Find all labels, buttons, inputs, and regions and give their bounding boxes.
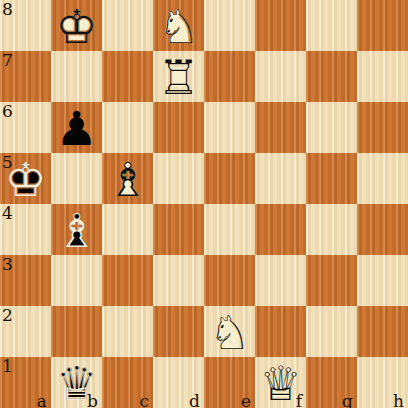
square-e7[interactable] — [204, 51, 255, 102]
white-knight[interactable]: ♞♘ — [153, 0, 204, 51]
square-d8[interactable]: ♞♘ — [153, 0, 204, 51]
square-f1[interactable]: f♛♕ — [255, 357, 306, 408]
rank-label-4: 4 — [2, 203, 13, 223]
rank-label-7: 7 — [2, 50, 13, 70]
white-rook[interactable]: ♜♖ — [153, 51, 204, 102]
file-label-e: e — [241, 392, 251, 408]
square-g2[interactable] — [306, 306, 357, 357]
file-label-d: d — [189, 392, 200, 408]
square-e8[interactable] — [204, 0, 255, 51]
black-bishop-glyph: ♝ — [51, 204, 102, 255]
square-d7[interactable]: ♜♖ — [153, 51, 204, 102]
square-e1[interactable]: e — [204, 357, 255, 408]
square-h4[interactable] — [357, 204, 408, 255]
square-c3[interactable] — [102, 255, 153, 306]
rank-label-5: 5 — [2, 152, 13, 172]
square-a7[interactable]: 7 — [0, 51, 51, 102]
square-h5[interactable] — [357, 153, 408, 204]
square-b3[interactable] — [51, 255, 102, 306]
square-b2[interactable] — [51, 306, 102, 357]
square-d5[interactable] — [153, 153, 204, 204]
black-bishop[interactable]: ♝♗ — [51, 204, 102, 255]
square-d2[interactable] — [153, 306, 204, 357]
white-knight-glyph: ♞ — [204, 306, 255, 357]
white-knight-outline: ♘ — [204, 306, 255, 357]
square-g1[interactable]: g — [306, 357, 357, 408]
square-a4[interactable]: 4 — [0, 204, 51, 255]
square-c5[interactable]: ♝♗ — [102, 153, 153, 204]
square-c8[interactable] — [102, 0, 153, 51]
square-c7[interactable] — [102, 51, 153, 102]
square-d4[interactable] — [153, 204, 204, 255]
rank-label-3: 3 — [2, 254, 13, 274]
black-pawn-glyph: ♟ — [51, 102, 102, 153]
square-a8[interactable]: 8 — [0, 0, 51, 51]
square-e3[interactable] — [204, 255, 255, 306]
square-f6[interactable] — [255, 102, 306, 153]
square-b1[interactable]: b♛♕ — [51, 357, 102, 408]
square-e5[interactable] — [204, 153, 255, 204]
square-a6[interactable]: 6 — [0, 102, 51, 153]
square-g7[interactable] — [306, 51, 357, 102]
square-h1[interactable]: h — [357, 357, 408, 408]
square-e6[interactable] — [204, 102, 255, 153]
file-label-a: a — [37, 392, 47, 408]
white-knight-glyph: ♞ — [153, 0, 204, 51]
square-b8[interactable]: ♚♔ — [51, 0, 102, 51]
square-g4[interactable] — [306, 204, 357, 255]
square-d3[interactable] — [153, 255, 204, 306]
square-c1[interactable]: c — [102, 357, 153, 408]
square-h3[interactable] — [357, 255, 408, 306]
white-knight-outline: ♘ — [153, 0, 204, 51]
chess-diagram: 8♚♔♞♘7♜♖6♟5♚♔♝♗4♝♗32♞♘1ab♛♕cdef♛♕gh — [0, 0, 408, 408]
square-h8[interactable] — [357, 0, 408, 51]
square-b5[interactable] — [51, 153, 102, 204]
square-e2[interactable]: ♞♘ — [204, 306, 255, 357]
rank-label-8: 8 — [2, 0, 13, 19]
square-d1[interactable]: d — [153, 357, 204, 408]
rank-label-1: 1 — [2, 356, 13, 376]
white-king-glyph: ♚ — [51, 0, 102, 51]
square-g5[interactable] — [306, 153, 357, 204]
square-h2[interactable] — [357, 306, 408, 357]
square-e4[interactable] — [204, 204, 255, 255]
white-king[interactable]: ♚♔ — [51, 0, 102, 51]
black-pawn[interactable]: ♟ — [51, 102, 102, 153]
white-knight[interactable]: ♞♘ — [204, 306, 255, 357]
white-rook-outline: ♖ — [153, 51, 204, 102]
file-label-b: b — [87, 392, 98, 408]
square-f2[interactable] — [255, 306, 306, 357]
square-f3[interactable] — [255, 255, 306, 306]
white-bishop-glyph: ♝ — [102, 153, 153, 204]
square-d6[interactable] — [153, 102, 204, 153]
rank-label-2: 2 — [2, 305, 13, 325]
white-king-outline: ♔ — [51, 0, 102, 51]
square-c6[interactable] — [102, 102, 153, 153]
square-c4[interactable] — [102, 204, 153, 255]
white-rook-glyph: ♜ — [153, 51, 204, 102]
square-c2[interactable] — [102, 306, 153, 357]
file-label-g: g — [342, 392, 353, 408]
white-bishop-outline: ♗ — [102, 153, 153, 204]
file-label-h: h — [393, 392, 404, 408]
chess-board: 8♚♔♞♘7♜♖6♟5♚♔♝♗4♝♗32♞♘1ab♛♕cdef♛♕gh — [0, 0, 408, 408]
file-label-c: c — [139, 392, 149, 408]
square-f8[interactable] — [255, 0, 306, 51]
square-b6[interactable]: ♟ — [51, 102, 102, 153]
file-label-f: f — [296, 392, 302, 408]
square-f7[interactable] — [255, 51, 306, 102]
square-a5[interactable]: 5♚♔ — [0, 153, 51, 204]
square-b4[interactable]: ♝♗ — [51, 204, 102, 255]
square-b7[interactable] — [51, 51, 102, 102]
square-a2[interactable]: 2 — [0, 306, 51, 357]
square-a1[interactable]: 1a — [0, 357, 51, 408]
white-bishop[interactable]: ♝♗ — [102, 153, 153, 204]
square-g6[interactable] — [306, 102, 357, 153]
rank-label-6: 6 — [2, 101, 13, 121]
square-g3[interactable] — [306, 255, 357, 306]
square-g8[interactable] — [306, 0, 357, 51]
square-h7[interactable] — [357, 51, 408, 102]
square-f5[interactable] — [255, 153, 306, 204]
square-a3[interactable]: 3 — [0, 255, 51, 306]
black-bishop-outline: ♗ — [51, 204, 102, 255]
square-f4[interactable] — [255, 204, 306, 255]
square-h6[interactable] — [357, 102, 408, 153]
